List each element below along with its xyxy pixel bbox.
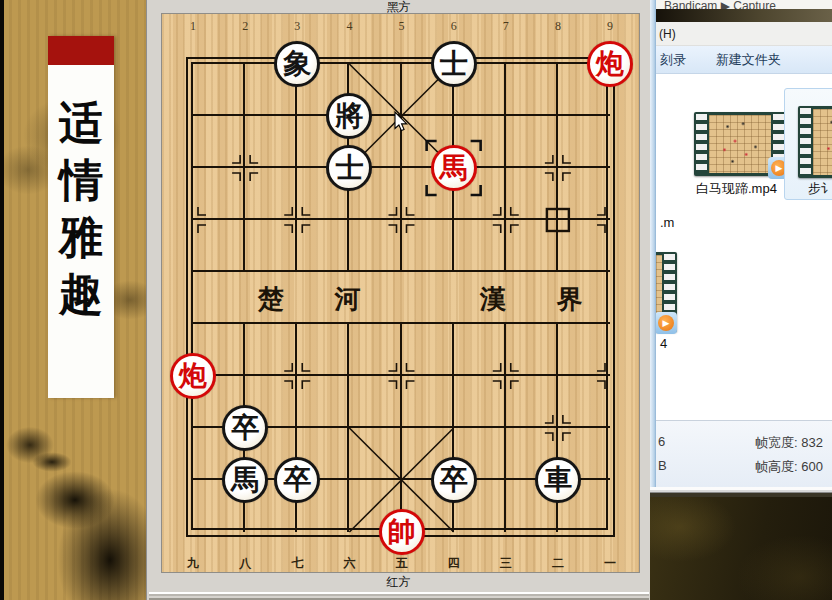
black-piece-士[interactable]: 士 [431, 41, 477, 87]
filmstrip-holes [696, 114, 707, 174]
file-number-top: 9 [598, 19, 622, 34]
detail-fragment: B [658, 458, 667, 473]
desktop-wallpaper [650, 497, 832, 600]
video-thumbnail-1[interactable]: ▶ [694, 112, 786, 176]
explorer-toolbar: 刻录 新建文件夹 [656, 46, 832, 74]
video-thumbnail-2[interactable] [798, 106, 832, 178]
file-number-top: 6 [442, 19, 466, 34]
river-text-left: 楚 河 [258, 282, 383, 317]
file-number-bottom: 七 [285, 555, 309, 572]
explorer-bottom-border [650, 487, 832, 497]
red-piece-炮[interactable]: 炮 [587, 41, 633, 87]
frame-width-label: 帧宽度: [755, 435, 798, 450]
file-number-top: 5 [390, 19, 414, 34]
file-number-bottom: 五 [390, 555, 414, 572]
file-number-top: 4 [337, 19, 361, 34]
left-black-edge [0, 0, 4, 600]
file-number-top: 7 [494, 19, 518, 34]
file-number-top: 3 [285, 19, 309, 34]
frame-height-value: 600 [801, 459, 823, 474]
frame-width-value: 832 [801, 435, 823, 450]
scroll-title: 适情雅趣 [48, 94, 114, 322]
file-name-fragment[interactable]: 4 [660, 336, 667, 351]
detail-fragment: 6 [658, 434, 665, 449]
new-folder-button[interactable]: 新建文件夹 [716, 46, 781, 74]
river-text-right: 漢 界 [480, 282, 605, 317]
file-number-bottom: 三 [494, 555, 518, 572]
black-piece-象[interactable]: 象 [274, 41, 320, 87]
thumbnail-board-image [709, 115, 771, 173]
file-number-bottom: 四 [442, 555, 466, 572]
file-number-bottom: 一 [598, 555, 622, 572]
red-side-label: 红方 [147, 574, 650, 590]
frame-height-label: 帧高度: [755, 459, 798, 474]
burn-button[interactable]: 刻录 [660, 46, 686, 74]
calligraphy-scroll: 适情雅趣 [48, 36, 114, 398]
video-thumbnail-3[interactable]: ▶ [656, 252, 677, 332]
file-number-bottom: 九 [181, 555, 205, 572]
file-number-bottom: 二 [546, 555, 570, 572]
play-icon[interactable]: ▶ [656, 312, 677, 334]
black-piece-卒[interactable]: 卒 [222, 405, 268, 451]
frame-width-detail: 帧宽度: 832 [755, 434, 823, 452]
file-name-fragment[interactable]: .m [660, 215, 674, 230]
file-number-top: 8 [546, 19, 570, 34]
play-arrow-icon: ▶ [658, 315, 674, 331]
left-art-panel: 适情雅趣 [0, 0, 148, 600]
explorer-content: Bandicam ▶ Capture (H) 刻录 新建文件夹 ▶ 白马现蹄.m… [656, 0, 832, 497]
thumbnail-board-image [813, 109, 832, 175]
window-gap-strip [656, 9, 832, 22]
file-explorer-window: Bandicam ▶ Capture (H) 刻录 新建文件夹 ▶ 白马现蹄.m… [650, 0, 832, 497]
scroll-red-header [48, 36, 114, 65]
black-piece-車[interactable]: 車 [535, 457, 581, 503]
details-pane: 6 B 帧宽度: 832 帧高度: 600 [656, 420, 832, 487]
red-piece-帥[interactable]: 帥 [379, 509, 425, 555]
black-piece-馬[interactable]: 馬 [222, 457, 268, 503]
breadcrumb[interactable]: Bandicam ▶ Capture [656, 0, 832, 9]
file-name-2[interactable]: 步讠 [808, 180, 832, 198]
xiangqi-window: 黑方 楚 河 漢 界 123456789九八七六五四三二一象士炮將士馬炮卒馬卒卒… [146, 0, 650, 600]
file-name-1[interactable]: 白马现蹄.mp4 [696, 180, 777, 198]
menu-bar[interactable]: (H) [656, 22, 832, 46]
black-piece-卒[interactable]: 卒 [431, 457, 477, 503]
black-side-label: 黑方 [147, 0, 650, 14]
red-piece-炮[interactable]: 炮 [170, 353, 216, 399]
file-number-top: 2 [233, 19, 257, 34]
filmstrip-holes [800, 108, 811, 176]
black-piece-卒[interactable]: 卒 [274, 457, 320, 503]
frame-height-detail: 帧高度: 600 [755, 458, 823, 476]
screen: 适情雅趣 黑方 楚 河 漢 界 123456789九八七六五四三二一象士炮將士馬… [0, 0, 832, 600]
red-piece-馬-selected[interactable]: 馬 [431, 145, 477, 191]
file-number-bottom: 六 [337, 555, 361, 572]
xiangqi-board[interactable]: 楚 河 漢 界 123456789九八七六五四三二一象士炮將士馬炮卒馬卒卒車帥 [162, 14, 639, 572]
file-number-bottom: 八 [233, 555, 257, 572]
window-bottom-grooves [149, 592, 649, 600]
file-number-top: 1 [181, 19, 205, 34]
